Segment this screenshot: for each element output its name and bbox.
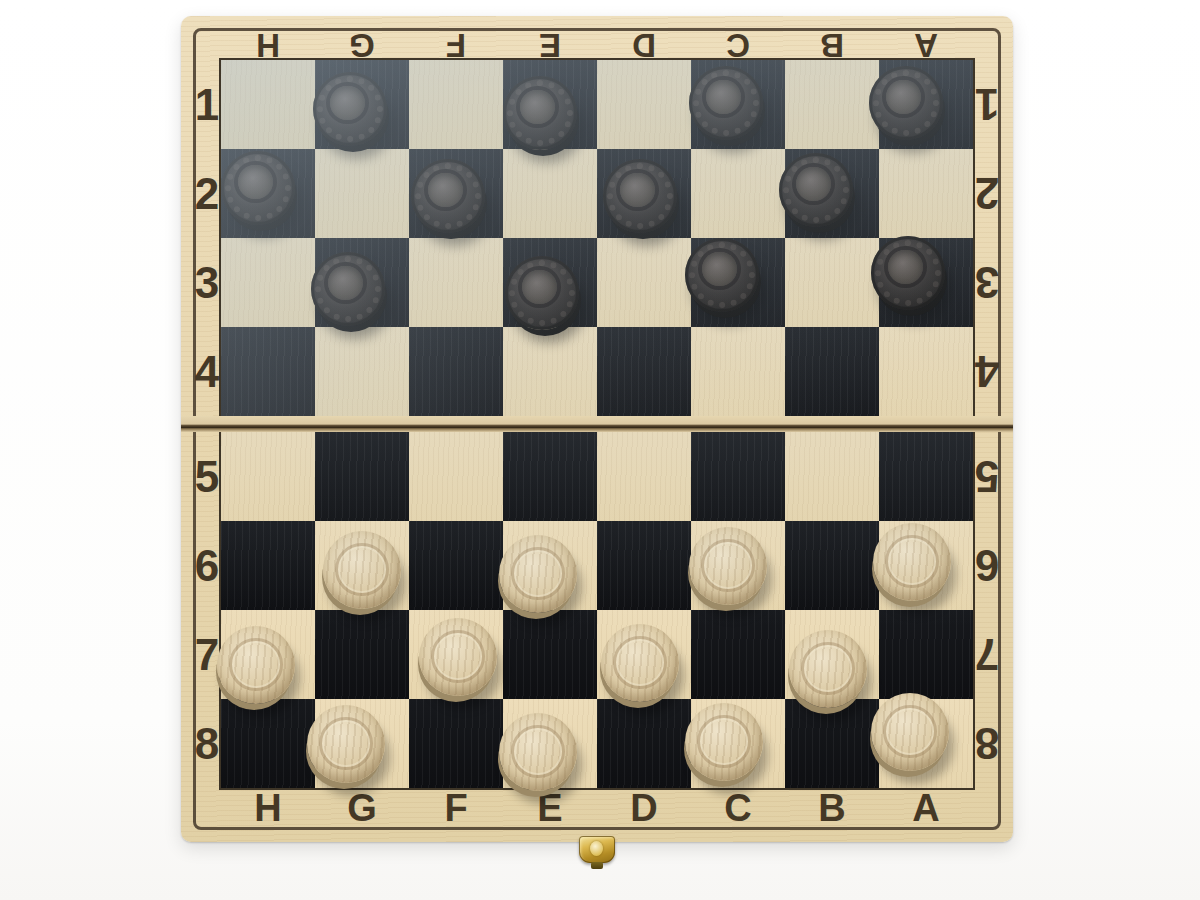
- checker-dark-F2[interactable]: ⛂: [411, 159, 485, 233]
- file-label-top-C: C: [691, 26, 785, 64]
- square-B1[interactable]: [785, 60, 879, 149]
- square-H3[interactable]: [221, 238, 315, 327]
- square-H2[interactable]: ⛂: [221, 149, 315, 238]
- square-G2[interactable]: [315, 149, 409, 238]
- file-label-top-F: F: [409, 26, 503, 64]
- square-H5[interactable]: [221, 432, 315, 521]
- square-A8[interactable]: ⛀: [879, 699, 973, 788]
- checker-light-E6[interactable]: ⛀: [499, 535, 577, 613]
- square-F8[interactable]: [409, 699, 503, 788]
- square-H6[interactable]: [221, 521, 315, 610]
- checker-light-D7[interactable]: ⛀: [601, 624, 679, 702]
- checker-light-G8[interactable]: ⛀: [307, 705, 385, 783]
- file-label-bottom-A: A: [879, 787, 973, 830]
- rank-label-right-4: 4: [974, 327, 1000, 416]
- checker-dark-B2[interactable]: ⛂: [779, 153, 853, 227]
- square-G3[interactable]: ⛂: [315, 238, 409, 327]
- square-H4[interactable]: [221, 327, 315, 416]
- file-label-top-H: H: [221, 26, 315, 64]
- file-label-top-E: E: [503, 26, 597, 64]
- rank-label-left-1: 1: [194, 60, 220, 149]
- file-label-bottom-G: G: [315, 787, 409, 830]
- square-H1[interactable]: [221, 60, 315, 149]
- square-A2[interactable]: [879, 149, 973, 238]
- rank-label-right-1: 1: [974, 60, 1000, 149]
- square-F4[interactable]: [409, 327, 503, 416]
- checker-dark-C1[interactable]: ⛂: [689, 66, 763, 140]
- square-B6[interactable]: [785, 521, 879, 610]
- square-A7[interactable]: [879, 610, 973, 699]
- square-C3[interactable]: ⛂: [691, 238, 785, 327]
- square-C2[interactable]: [691, 149, 785, 238]
- square-G4[interactable]: [315, 327, 409, 416]
- brass-clasp: [576, 836, 618, 874]
- square-G1[interactable]: ⛂: [315, 60, 409, 149]
- square-E7[interactable]: [503, 610, 597, 699]
- checkers-board-box: HGFEDCBA 12345678 12345678 ⛂⛂⛂⛂⛂⛂⛂⛂⛂⛂⛂⛂ …: [181, 16, 1013, 842]
- rank-label-right-3: 3: [974, 238, 1000, 327]
- checker-dark-H2[interactable]: ⛂: [221, 151, 295, 225]
- checker-light-A8[interactable]: ⛀: [871, 693, 949, 771]
- file-label-bottom-B: B: [785, 787, 879, 830]
- square-E5[interactable]: [503, 432, 597, 521]
- rank-label-left-4: 4: [194, 327, 220, 416]
- checker-light-B7[interactable]: ⛀: [789, 630, 867, 708]
- square-A6[interactable]: ⛀: [879, 521, 973, 610]
- square-E3[interactable]: ⛂: [503, 238, 597, 327]
- square-A1[interactable]: ⛂: [879, 60, 973, 149]
- square-E1[interactable]: ⛂: [503, 60, 597, 149]
- square-F5[interactable]: [409, 432, 503, 521]
- checker-dark-D2[interactable]: ⛂: [603, 159, 677, 233]
- square-A3[interactable]: ⛂: [879, 238, 973, 327]
- square-C1[interactable]: ⛂: [691, 60, 785, 149]
- square-C8[interactable]: ⛀: [691, 699, 785, 788]
- rank-label-right-8: 8: [974, 699, 1000, 788]
- checker-light-A6[interactable]: ⛀: [873, 523, 951, 601]
- square-B2[interactable]: ⛂: [785, 149, 879, 238]
- rank-label-left-8: 8: [194, 699, 220, 788]
- checker-light-G6[interactable]: ⛀: [323, 531, 401, 609]
- checker-light-C8[interactable]: ⛀: [685, 703, 763, 781]
- square-B3[interactable]: [785, 238, 879, 327]
- checker-dark-E3[interactable]: ⛂: [505, 256, 579, 330]
- file-label-bottom-F: F: [409, 787, 503, 830]
- square-D5[interactable]: [597, 432, 691, 521]
- square-F7[interactable]: ⛀: [409, 610, 503, 699]
- square-E8[interactable]: ⛀: [503, 699, 597, 788]
- square-C5[interactable]: [691, 432, 785, 521]
- square-E6[interactable]: ⛀: [503, 521, 597, 610]
- checker-dark-E1[interactable]: ⛂: [503, 76, 577, 150]
- rank-label-right-5: 5: [974, 432, 1000, 521]
- square-C4[interactable]: [691, 327, 785, 416]
- rank-label-right-2: 2: [974, 149, 1000, 238]
- board-grid-ranks-5-8: ⛀⛀⛀⛀⛀⛀⛀⛀⛀⛀⛀⛀: [221, 432, 973, 788]
- rank-label-left-6: 6: [194, 521, 220, 610]
- rank-label-right-6: 6: [974, 521, 1000, 610]
- square-B8[interactable]: [785, 699, 879, 788]
- file-label-bottom-E: E: [503, 787, 597, 830]
- square-D2[interactable]: ⛂: [597, 149, 691, 238]
- square-G6[interactable]: ⛀: [315, 521, 409, 610]
- square-B5[interactable]: [785, 432, 879, 521]
- square-E2[interactable]: [503, 149, 597, 238]
- file-label-bottom-D: D: [597, 787, 691, 830]
- hinge-seam: [181, 416, 1013, 432]
- rank-label-left-3: 3: [194, 238, 220, 327]
- square-G5[interactable]: [315, 432, 409, 521]
- square-F1[interactable]: [409, 60, 503, 149]
- square-A4[interactable]: [879, 327, 973, 416]
- square-B7[interactable]: ⛀: [785, 610, 879, 699]
- file-labels-top: HGFEDCBA: [221, 26, 973, 60]
- file-label-top-G: G: [315, 26, 409, 64]
- square-G8[interactable]: ⛀: [315, 699, 409, 788]
- checker-dark-C3[interactable]: ⛂: [685, 238, 759, 312]
- square-F2[interactable]: ⛂: [409, 149, 503, 238]
- square-C6[interactable]: ⛀: [691, 521, 785, 610]
- board-grid-ranks-1-4: ⛂⛂⛂⛂⛂⛂⛂⛂⛂⛂⛂⛂: [221, 60, 973, 416]
- square-D6[interactable]: [597, 521, 691, 610]
- square-F3[interactable]: [409, 238, 503, 327]
- rank-label-right-7: 7: [974, 610, 1000, 699]
- checker-light-C6[interactable]: ⛀: [689, 527, 767, 605]
- checker-dark-G1[interactable]: ⛂: [313, 72, 387, 146]
- square-B4[interactable]: [785, 327, 879, 416]
- square-G7[interactable]: [315, 610, 409, 699]
- square-D3[interactable]: [597, 238, 691, 327]
- brass-clasp-body: [579, 836, 615, 863]
- checker-light-F7[interactable]: ⛀: [419, 618, 497, 696]
- checker-dark-A1[interactable]: ⛂: [869, 66, 943, 140]
- rank-label-left-5: 5: [194, 432, 220, 521]
- checker-light-H7[interactable]: ⛀: [217, 626, 295, 704]
- checker-dark-A3[interactable]: ⛂: [871, 236, 945, 310]
- square-H7[interactable]: ⛀: [221, 610, 315, 699]
- file-labels-bottom: HGFEDCBA: [221, 787, 973, 829]
- square-F6[interactable]: [409, 521, 503, 610]
- file-label-top-A: A: [879, 26, 973, 64]
- checker-dark-G3[interactable]: ⛂: [311, 252, 385, 326]
- square-H8[interactable]: [221, 699, 315, 788]
- square-D7[interactable]: ⛀: [597, 610, 691, 699]
- square-D1[interactable]: [597, 60, 691, 149]
- square-A5[interactable]: [879, 432, 973, 521]
- file-label-top-D: D: [597, 26, 691, 64]
- square-D8[interactable]: [597, 699, 691, 788]
- file-label-bottom-C: C: [691, 787, 785, 830]
- square-E4[interactable]: [503, 327, 597, 416]
- checker-light-E8[interactable]: ⛀: [499, 713, 577, 791]
- square-D4[interactable]: [597, 327, 691, 416]
- square-C7[interactable]: [691, 610, 785, 699]
- file-label-bottom-H: H: [221, 787, 315, 830]
- photo-stage: HGFEDCBA 12345678 12345678 ⛂⛂⛂⛂⛂⛂⛂⛂⛂⛂⛂⛂ …: [0, 0, 1200, 900]
- rank-label-left-2: 2: [194, 149, 220, 238]
- file-label-top-B: B: [785, 26, 879, 64]
